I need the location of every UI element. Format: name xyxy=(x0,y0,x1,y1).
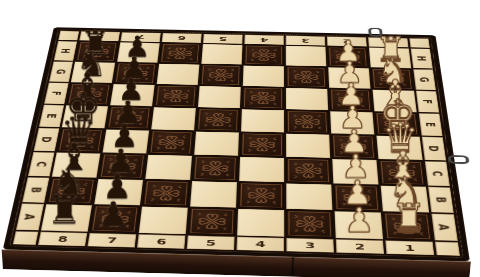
quatrefoil-motif-icon xyxy=(292,213,328,234)
rank-label-text: 4 xyxy=(260,37,268,43)
quatrefoil-motif-icon xyxy=(198,159,233,178)
square-f6 xyxy=(154,85,198,107)
quatrefoil-motif-icon xyxy=(154,133,189,152)
file-label-text: C xyxy=(430,171,444,177)
rank-label-text: 2 xyxy=(355,242,366,251)
quatrefoil-motif-icon xyxy=(194,211,231,232)
quatrefoil-motif-icon xyxy=(205,67,237,83)
quatrefoil-motif-icon xyxy=(291,69,323,85)
rank-label-top-4: 4 xyxy=(244,35,284,45)
square-a5 xyxy=(188,208,236,236)
square-e4 xyxy=(241,109,284,132)
file-label-left-A: A xyxy=(16,204,44,231)
rank-label-text: 5 xyxy=(206,239,216,248)
rank-label-text: 7 xyxy=(136,34,145,40)
square-a2: ♟ xyxy=(335,211,383,239)
chess-board: 87654321H ♜♟ xyxy=(3,27,470,261)
square-c5 xyxy=(192,156,238,181)
rank-label-bottom-8: 8 xyxy=(38,232,87,247)
file-label-text: E xyxy=(424,122,438,127)
white-pawn-a2: ♟ xyxy=(336,203,383,237)
quatrefoil-motif-icon xyxy=(148,183,185,203)
square-f4 xyxy=(242,87,284,109)
file-label-right-A: A xyxy=(431,214,458,241)
file-label-text: H xyxy=(415,56,428,61)
rank-label-text: 1 xyxy=(404,244,415,253)
square-a6 xyxy=(139,207,188,235)
chess-box: 87654321H ♜♟ xyxy=(3,27,470,261)
rank-label-top-3: 3 xyxy=(286,36,326,46)
rank-label-top-6: 6 xyxy=(162,33,202,43)
rank-label-text: 6 xyxy=(177,35,186,41)
square-d5 xyxy=(194,132,239,156)
square-h5 xyxy=(201,44,242,64)
square-g4 xyxy=(243,66,284,87)
file-label-text: G xyxy=(418,77,431,82)
rank-label-text: 8 xyxy=(57,235,68,244)
rank-label-bottom-4: 4 xyxy=(237,237,285,252)
square-h6 xyxy=(159,43,201,63)
square-b6 xyxy=(142,180,190,206)
quatrefoil-motif-icon xyxy=(244,185,279,205)
file-label-right-F: F xyxy=(416,91,439,113)
quatrefoil-motif-icon xyxy=(248,47,279,63)
rail-corner xyxy=(435,242,460,256)
black-rook-a8: ♜ xyxy=(41,191,88,230)
rank-label-bottom-3: 3 xyxy=(286,238,334,253)
quatrefoil-motif-icon xyxy=(245,135,279,154)
square-d6 xyxy=(148,130,194,154)
file-label-text: G xyxy=(55,69,68,74)
quatrefoil-motif-icon xyxy=(291,161,326,180)
file-label-text: D xyxy=(427,145,441,151)
box-seam xyxy=(291,257,294,277)
square-b4 xyxy=(238,182,284,209)
square-h4 xyxy=(244,45,284,66)
square-f5 xyxy=(198,86,241,108)
square-c4 xyxy=(239,157,284,182)
black-pawn-a7: ♟ xyxy=(90,197,137,231)
square-b3 xyxy=(286,183,332,210)
rank-label-text: 5 xyxy=(219,36,228,42)
square-a3 xyxy=(286,210,333,238)
square-c6 xyxy=(145,155,192,180)
square-a4 xyxy=(237,209,284,237)
rank-label-bottom-6: 6 xyxy=(137,234,186,249)
square-g5 xyxy=(200,65,242,86)
rank-label-bottom-5: 5 xyxy=(187,236,235,251)
square-f3 xyxy=(286,88,328,110)
rank-label-text: 3 xyxy=(301,38,309,44)
square-g3 xyxy=(286,66,327,87)
file-label-text: B xyxy=(434,197,449,203)
square-e3 xyxy=(286,110,329,133)
file-label-text: H xyxy=(59,48,72,53)
file-label-right-H: H xyxy=(411,48,433,68)
rank-label-bottom-2: 2 xyxy=(336,239,384,254)
rank-label-text: 7 xyxy=(107,236,118,245)
rank-label-text: 6 xyxy=(156,237,167,246)
perspective-scene: 87654321H ♜♟ xyxy=(0,0,480,277)
file-label-text: A xyxy=(23,214,38,221)
square-h3 xyxy=(286,46,327,67)
square-a8: ♜ xyxy=(41,204,92,232)
square-e6 xyxy=(151,107,196,130)
square-d4 xyxy=(240,133,284,157)
rank-label-top-5: 5 xyxy=(203,34,243,44)
file-label-text: F xyxy=(421,99,434,104)
rank-label-text: 2 xyxy=(343,39,352,45)
file-label-text: F xyxy=(50,91,63,96)
rail-corner xyxy=(409,38,430,48)
quatrefoil-motif-icon xyxy=(291,113,324,131)
product-photo: 87654321H ♜♟ xyxy=(0,0,480,277)
square-c3 xyxy=(286,158,331,183)
file-label-right-G: G xyxy=(413,69,436,90)
quatrefoil-motif-icon xyxy=(159,88,193,105)
square-b5 xyxy=(190,181,237,207)
quatrefoil-motif-icon xyxy=(164,46,196,62)
rank-label-bottom-1: 1 xyxy=(385,241,434,256)
square-d3 xyxy=(286,134,330,158)
rail-corner xyxy=(13,231,39,245)
rank-label-text: 8 xyxy=(95,33,104,39)
quatrefoil-motif-icon xyxy=(247,89,279,106)
quatrefoil-motif-icon xyxy=(201,111,235,129)
rank-label-bottom-7: 7 xyxy=(87,233,136,248)
file-label-text: A xyxy=(437,224,452,231)
square-g6 xyxy=(157,64,200,85)
square-a7: ♟ xyxy=(90,205,140,233)
rank-label-text: 4 xyxy=(255,240,265,249)
white-rook-a1: ♜ xyxy=(385,199,432,238)
rank-label-text: 1 xyxy=(384,39,393,45)
rank-label-text: 3 xyxy=(305,241,315,250)
square-e5 xyxy=(196,108,240,131)
square-a1: ♜ xyxy=(383,212,433,240)
